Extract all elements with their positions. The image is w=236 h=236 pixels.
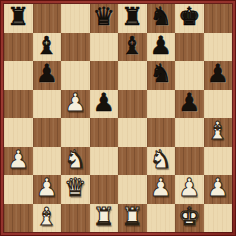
square-b6[interactable]: ♟ xyxy=(33,61,62,90)
square-e7[interactable]: ♝ xyxy=(118,33,147,62)
square-g2[interactable]: ♟ xyxy=(175,175,204,204)
square-a3[interactable]: ♟ xyxy=(4,147,33,176)
square-f7[interactable]: ♟ xyxy=(147,33,176,62)
square-b2[interactable]: ♟ xyxy=(33,175,62,204)
piece-white-pawn[interactable]: ♟ xyxy=(207,175,229,202)
square-b8[interactable] xyxy=(33,4,62,33)
square-a6[interactable] xyxy=(4,61,33,90)
square-f2[interactable]: ♟ xyxy=(147,175,176,204)
square-a4[interactable] xyxy=(4,118,33,147)
piece-white-pawn[interactable]: ♟ xyxy=(36,175,58,202)
square-h7[interactable] xyxy=(204,33,233,62)
piece-black-queen[interactable]: ♛ xyxy=(93,4,115,31)
piece-white-bishop[interactable]: ♝ xyxy=(36,204,58,231)
piece-white-queen[interactable]: ♛ xyxy=(64,175,86,202)
square-g8[interactable]: ♚ xyxy=(175,4,204,33)
square-b4[interactable] xyxy=(33,118,62,147)
piece-black-pawn[interactable]: ♟ xyxy=(207,61,229,88)
piece-black-pawn[interactable]: ♟ xyxy=(150,33,172,60)
square-h6[interactable]: ♟ xyxy=(204,61,233,90)
piece-white-pawn[interactable]: ♟ xyxy=(64,90,86,117)
square-d5[interactable]: ♟ xyxy=(90,90,119,119)
square-d1[interactable]: ♜ xyxy=(90,204,119,233)
piece-white-rook[interactable]: ♜ xyxy=(93,204,115,231)
square-c2[interactable]: ♛ xyxy=(61,175,90,204)
square-b1[interactable]: ♝ xyxy=(33,204,62,233)
piece-black-bishop[interactable]: ♝ xyxy=(121,33,143,60)
piece-black-rook[interactable]: ♜ xyxy=(7,4,29,31)
square-c1[interactable] xyxy=(61,204,90,233)
piece-white-pawn[interactable]: ♟ xyxy=(178,175,200,202)
piece-black-king[interactable]: ♚ xyxy=(178,4,200,31)
square-a5[interactable] xyxy=(4,90,33,119)
piece-black-knight[interactable]: ♞ xyxy=(150,61,172,88)
piece-white-pawn[interactable]: ♟ xyxy=(7,147,29,174)
piece-white-rook[interactable]: ♜ xyxy=(121,204,143,231)
square-d3[interactable] xyxy=(90,147,119,176)
square-h3[interactable] xyxy=(204,147,233,176)
square-f4[interactable] xyxy=(147,118,176,147)
square-h4[interactable]: ♝ xyxy=(204,118,233,147)
square-g6[interactable] xyxy=(175,61,204,90)
piece-white-king[interactable]: ♚ xyxy=(178,204,200,231)
square-h8[interactable] xyxy=(204,4,233,33)
square-h5[interactable] xyxy=(204,90,233,119)
square-d4[interactable] xyxy=(90,118,119,147)
square-c7[interactable] xyxy=(61,33,90,62)
piece-white-pawn[interactable]: ♟ xyxy=(150,175,172,202)
square-c3[interactable]: ♞ xyxy=(61,147,90,176)
square-c8[interactable] xyxy=(61,4,90,33)
piece-black-rook[interactable]: ♜ xyxy=(121,4,143,31)
piece-black-pawn[interactable]: ♟ xyxy=(93,90,115,117)
chess-board[interactable]: ♜♛♜♞♚♝♝♟♟♞♟♟♟♟♝♟♞♞♟♛♟♟♟♝♜♜♚ xyxy=(4,4,232,232)
piece-black-knight[interactable]: ♞ xyxy=(150,4,172,31)
square-f6[interactable]: ♞ xyxy=(147,61,176,90)
square-a7[interactable] xyxy=(4,33,33,62)
chess-diagram: ♜♛♜♞♚♝♝♟♟♞♟♟♟♟♝♟♞♞♟♛♟♟♟♝♜♜♚ xyxy=(0,0,236,236)
square-c4[interactable] xyxy=(61,118,90,147)
square-g5[interactable]: ♟ xyxy=(175,90,204,119)
square-e6[interactable] xyxy=(118,61,147,90)
piece-white-knight[interactable]: ♞ xyxy=(64,147,86,174)
square-f3[interactable]: ♞ xyxy=(147,147,176,176)
piece-black-pawn[interactable]: ♟ xyxy=(36,61,58,88)
square-g7[interactable] xyxy=(175,33,204,62)
square-e3[interactable] xyxy=(118,147,147,176)
square-h1[interactable] xyxy=(204,204,233,233)
square-c5[interactable]: ♟ xyxy=(61,90,90,119)
square-b5[interactable] xyxy=(33,90,62,119)
square-e8[interactable]: ♜ xyxy=(118,4,147,33)
square-f5[interactable] xyxy=(147,90,176,119)
piece-black-pawn[interactable]: ♟ xyxy=(178,90,200,117)
square-a2[interactable] xyxy=(4,175,33,204)
square-d6[interactable] xyxy=(90,61,119,90)
square-f1[interactable] xyxy=(147,204,176,233)
square-g4[interactable] xyxy=(175,118,204,147)
square-e5[interactable] xyxy=(118,90,147,119)
square-e2[interactable] xyxy=(118,175,147,204)
piece-white-bishop[interactable]: ♝ xyxy=(207,118,229,145)
square-b3[interactable] xyxy=(33,147,62,176)
square-d2[interactable] xyxy=(90,175,119,204)
square-a8[interactable]: ♜ xyxy=(4,4,33,33)
square-e4[interactable] xyxy=(118,118,147,147)
square-b7[interactable]: ♝ xyxy=(33,33,62,62)
square-g3[interactable] xyxy=(175,147,204,176)
square-d7[interactable] xyxy=(90,33,119,62)
board-frame: ♜♛♜♞♚♝♝♟♟♞♟♟♟♟♝♟♞♞♟♛♟♟♟♝♜♜♚ xyxy=(0,0,236,236)
square-h2[interactable]: ♟ xyxy=(204,175,233,204)
piece-black-bishop[interactable]: ♝ xyxy=(36,33,58,60)
piece-white-knight[interactable]: ♞ xyxy=(150,147,172,174)
square-g1[interactable]: ♚ xyxy=(175,204,204,233)
square-e1[interactable]: ♜ xyxy=(118,204,147,233)
square-d8[interactable]: ♛ xyxy=(90,4,119,33)
square-c6[interactable] xyxy=(61,61,90,90)
square-f8[interactable]: ♞ xyxy=(147,4,176,33)
square-a1[interactable] xyxy=(4,204,33,233)
